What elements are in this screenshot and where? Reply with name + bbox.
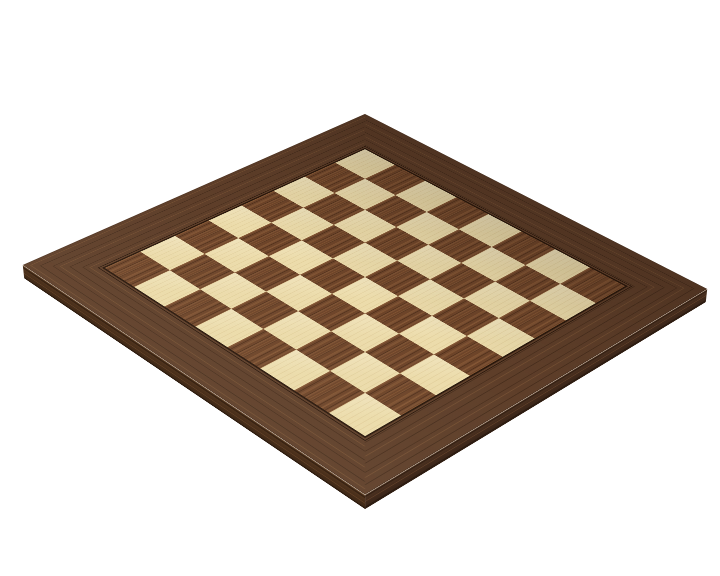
square-f4 — [365, 296, 432, 333]
square-d1 — [195, 308, 263, 346]
square-f3 — [331, 313, 399, 352]
square-g3 — [365, 333, 434, 373]
square-h6 — [498, 300, 565, 338]
square-e2 — [263, 311, 331, 349]
square-f2 — [296, 331, 365, 371]
square-d3 — [266, 274, 332, 310]
square-b1 — [134, 270, 200, 306]
square-g4 — [398, 315, 466, 354]
square-e4 — [332, 277, 398, 313]
square-g1 — [294, 370, 365, 412]
product-photo — [0, 0, 720, 576]
square-e1 — [227, 328, 296, 368]
square-c1 — [164, 289, 231, 326]
square-h3 — [399, 354, 469, 395]
board-top-face — [22, 114, 706, 495]
square-h2 — [365, 373, 436, 415]
square-f1 — [260, 349, 330, 390]
square-e3 — [298, 293, 365, 330]
square-d2 — [231, 291, 298, 328]
square-h1 — [329, 392, 401, 435]
square-f5 — [397, 279, 463, 315]
square-g5 — [431, 298, 498, 336]
scene-3d — [0, 0, 720, 576]
chess-board — [22, 114, 706, 495]
square-g6 — [463, 281, 529, 318]
square-h7 — [529, 283, 595, 320]
square-h4 — [433, 336, 502, 376]
square-c2 — [200, 272, 266, 308]
square-g2 — [330, 352, 400, 393]
square-h5 — [466, 318, 534, 357]
photo-tilt-wrapper — [0, 0, 720, 576]
